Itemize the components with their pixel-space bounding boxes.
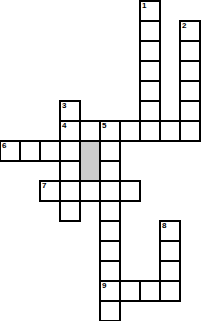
grid-cell[interactable] [140, 281, 160, 301]
grid-cell[interactable]: 3 [60, 101, 80, 121]
grid-cell[interactable] [140, 21, 160, 41]
grid-cell[interactable] [60, 201, 80, 221]
clue-number: 8 [162, 221, 166, 230]
grid-cell[interactable] [180, 121, 200, 141]
grid-cell[interactable] [100, 301, 120, 321]
grid-cell[interactable] [100, 261, 120, 281]
grid-cell[interactable]: 6 [0, 141, 20, 161]
grid-cell[interactable] [160, 261, 180, 281]
grid-cell[interactable] [160, 121, 180, 141]
grid-cell[interactable] [180, 61, 200, 81]
clue-number: 4 [62, 121, 66, 130]
grid-cell[interactable] [160, 281, 180, 301]
clue-number: 5 [102, 121, 106, 130]
grid-cell[interactable]: 5 [100, 121, 120, 141]
shaded-cell[interactable] [80, 141, 100, 181]
crossword-grid: 123456789 [0, 1, 200, 321]
grid-cell[interactable] [180, 81, 200, 101]
grid-cell[interactable] [180, 41, 200, 61]
clue-number: 2 [182, 21, 186, 30]
grid-cell[interactable]: 4 [60, 121, 80, 141]
grid-cell[interactable]: 9 [100, 281, 120, 301]
clue-number: 9 [102, 281, 106, 290]
grid-cell[interactable] [100, 201, 120, 221]
grid-cell[interactable] [120, 181, 140, 201]
grid-cell[interactable] [20, 141, 40, 161]
grid-cell[interactable] [80, 121, 100, 141]
grid-cell[interactable] [120, 281, 140, 301]
grid-cell[interactable]: 7 [40, 181, 60, 201]
grid-cell[interactable] [100, 241, 120, 261]
grid-cell[interactable] [100, 141, 120, 161]
grid-cell[interactable] [180, 101, 200, 121]
grid-cell[interactable]: 2 [180, 21, 200, 41]
grid-cell[interactable] [140, 101, 160, 121]
grid-cell[interactable] [80, 181, 100, 201]
grid-cell[interactable] [140, 121, 160, 141]
grid-cell[interactable] [160, 241, 180, 261]
grid-cell[interactable] [100, 181, 120, 201]
grid-cell[interactable]: 1 [140, 1, 160, 21]
grid-cell[interactable] [120, 121, 140, 141]
clue-number: 7 [42, 181, 46, 190]
grid-cell[interactable] [140, 61, 160, 81]
clue-number: 6 [2, 141, 6, 150]
crossword-page: 123456789 [0, 0, 201, 321]
grid-cell[interactable] [100, 221, 120, 241]
grid-cell[interactable] [140, 41, 160, 61]
clue-number: 1 [142, 1, 146, 10]
grid-cell[interactable] [60, 181, 80, 201]
clue-number: 3 [62, 101, 66, 110]
grid-cell[interactable] [40, 141, 60, 161]
grid-cell[interactable] [60, 141, 80, 161]
grid-cell[interactable] [60, 161, 80, 181]
grid-cell[interactable] [140, 81, 160, 101]
grid-cell[interactable] [100, 161, 120, 181]
grid-cell[interactable]: 8 [160, 221, 180, 241]
